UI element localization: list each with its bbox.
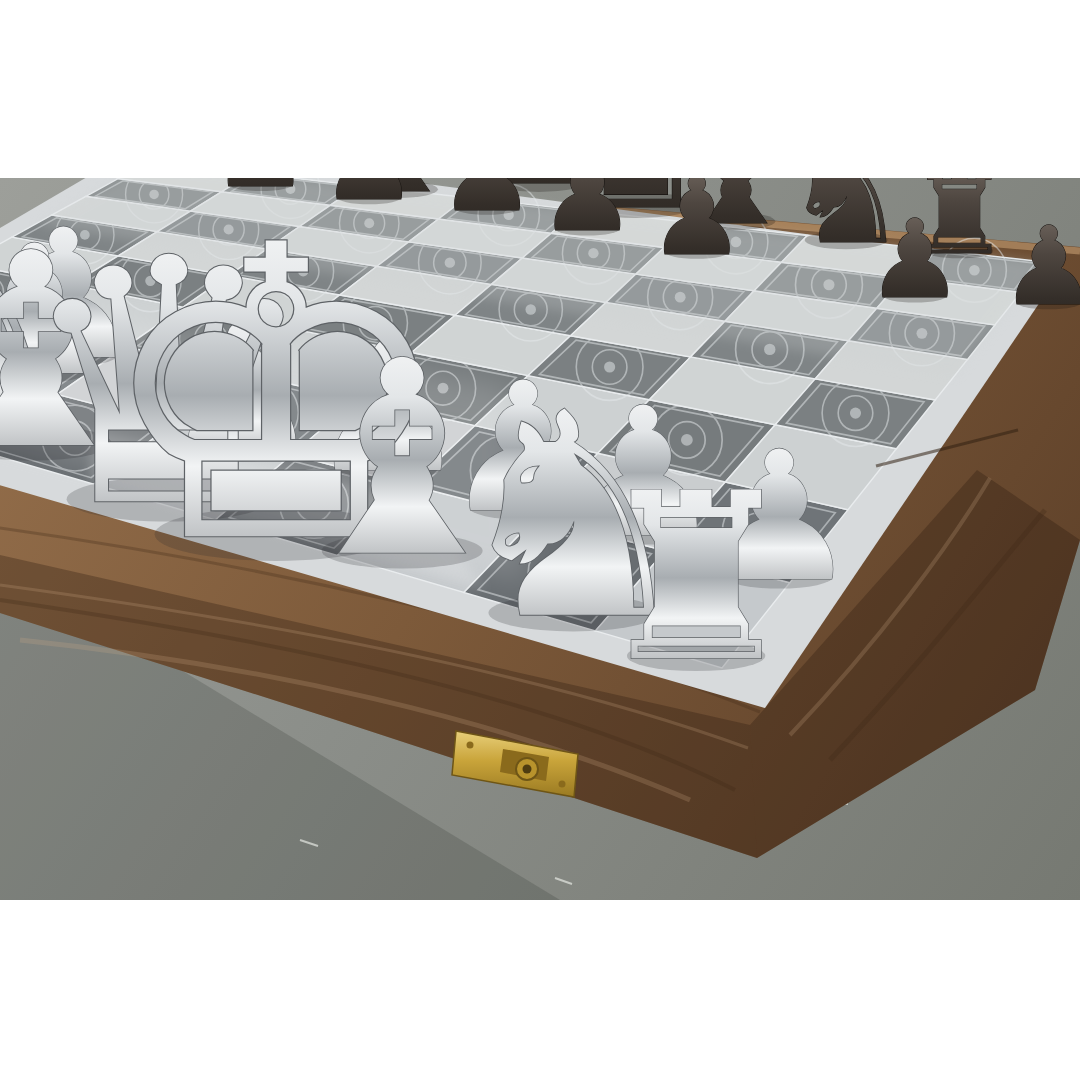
latch-screw [467,742,474,749]
piece-black-pawn-h7[interactable]: ♟ [1000,203,1080,330]
latch-keyhole [523,765,532,774]
latch-screw [559,781,566,788]
white-backdrop-bottom [0,900,1080,1080]
piece-white-rook-h1[interactable]: ♜ [593,444,800,712]
chess-set-photo: ♜♞♟♛♟♝♟♚♟♝♟♞♜♟♟♟♟♟♟♜♞♝♟♟♛♟♟♚♝♟♞♜ [0,0,1080,1080]
piece-black-pawn-g7[interactable]: ♟ [866,196,963,323]
white-backdrop-top [0,0,1080,178]
